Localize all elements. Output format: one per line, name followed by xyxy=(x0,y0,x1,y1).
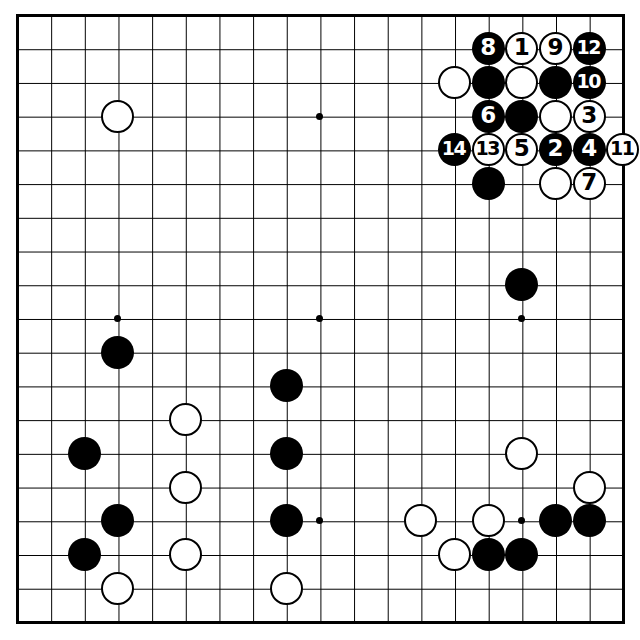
white-stone-move-1[interactable]: 1 xyxy=(505,32,538,65)
black-stone[interactable] xyxy=(505,100,538,133)
white-stone[interactable] xyxy=(169,471,202,504)
black-stone-move-6[interactable]: 6 xyxy=(472,100,505,133)
white-stone[interactable] xyxy=(404,504,437,537)
white-stone[interactable] xyxy=(505,437,538,470)
stone-move-number: 8 xyxy=(480,36,496,59)
stone-move-number: 2 xyxy=(548,137,564,160)
stone-move-number: 1 xyxy=(514,36,530,59)
star-point xyxy=(518,517,525,524)
stone-move-number: 6 xyxy=(480,104,496,127)
black-stone[interactable] xyxy=(270,369,303,402)
star-point xyxy=(518,315,525,322)
black-stone-move-8[interactable]: 8 xyxy=(472,32,505,65)
stone-move-number: 7 xyxy=(581,171,597,194)
black-stone[interactable] xyxy=(505,538,538,571)
black-stone[interactable] xyxy=(68,538,101,571)
stone-move-number: 5 xyxy=(514,137,530,160)
stone-move-number: 14 xyxy=(442,139,465,158)
black-stone[interactable] xyxy=(472,167,505,200)
black-stone[interactable] xyxy=(472,66,505,99)
black-stone[interactable] xyxy=(539,504,572,537)
white-stone[interactable] xyxy=(101,572,134,605)
go-board-grid: 8191210631413524117 xyxy=(0,0,640,639)
black-stone[interactable] xyxy=(270,437,303,470)
black-stone-move-2[interactable]: 2 xyxy=(539,133,572,166)
black-stone[interactable] xyxy=(573,504,606,537)
star-point xyxy=(316,315,323,322)
stone-move-number: 4 xyxy=(581,137,597,160)
stone-move-number: 13 xyxy=(475,139,498,158)
go-board[interactable]: 8191210631413524117 xyxy=(0,0,640,640)
stone-move-number: 3 xyxy=(581,104,597,127)
black-stone-move-14[interactable]: 14 xyxy=(438,133,471,166)
white-stone-move-11[interactable]: 11 xyxy=(606,133,639,166)
white-stone[interactable] xyxy=(539,100,572,133)
black-stone[interactable] xyxy=(539,66,572,99)
stone-move-number: 12 xyxy=(576,38,599,57)
white-stone-move-13[interactable]: 13 xyxy=(472,133,505,166)
stone-move-number: 11 xyxy=(610,139,633,158)
black-stone[interactable] xyxy=(68,437,101,470)
white-stone-move-9[interactable]: 9 xyxy=(539,32,572,65)
stone-move-number: 9 xyxy=(548,36,564,59)
white-stone[interactable] xyxy=(505,66,538,99)
black-stone[interactable] xyxy=(101,336,134,369)
white-stone[interactable] xyxy=(573,471,606,504)
black-stone-move-12[interactable]: 12 xyxy=(573,32,606,65)
white-stone[interactable] xyxy=(438,66,471,99)
black-stone[interactable] xyxy=(472,538,505,571)
star-point xyxy=(114,315,121,322)
white-stone-move-7[interactable]: 7 xyxy=(573,167,606,200)
white-stone[interactable] xyxy=(270,572,303,605)
white-stone[interactable] xyxy=(169,538,202,571)
star-point xyxy=(316,113,323,120)
white-stone[interactable] xyxy=(101,100,134,133)
white-stone-move-5[interactable]: 5 xyxy=(505,133,538,166)
go-diagram: 8191210631413524117 xyxy=(0,0,640,640)
black-stone[interactable] xyxy=(505,268,538,301)
white-stone[interactable] xyxy=(169,403,202,436)
black-stone[interactable] xyxy=(270,504,303,537)
black-stone[interactable] xyxy=(101,504,134,537)
star-point xyxy=(316,517,323,524)
white-stone[interactable] xyxy=(539,167,572,200)
white-stone[interactable] xyxy=(438,538,471,571)
black-stone-move-10[interactable]: 10 xyxy=(573,66,606,99)
black-stone-move-4[interactable]: 4 xyxy=(573,133,606,166)
white-stone-move-3[interactable]: 3 xyxy=(573,100,606,133)
white-stone[interactable] xyxy=(472,504,505,537)
stone-move-number: 10 xyxy=(576,72,599,91)
